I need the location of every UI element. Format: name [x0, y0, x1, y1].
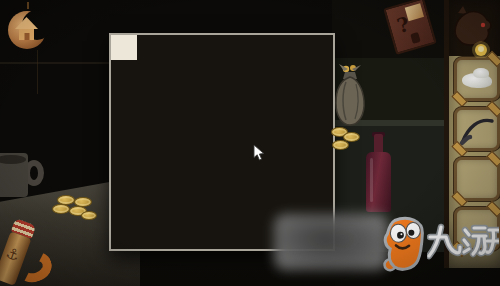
wine-bottle-neck: [374, 134, 383, 154]
money-pouch[interactable]: [332, 62, 368, 128]
rat-body: [455, 12, 491, 45]
mug-opening: [0, 155, 26, 164]
wine-bottle[interactable]: [366, 152, 391, 212]
gold-coin[interactable]: [52, 204, 70, 214]
jiuyou-logo-text-art: [427, 222, 499, 262]
inventory-slot-1[interactable]: [454, 57, 500, 101]
square-h1[interactable]: [111, 35, 137, 60]
bow-item: [457, 112, 497, 150]
bottle-highlight: [370, 158, 373, 202]
crescent-ornament[interactable]: [6, 2, 50, 54]
rat-eye: [481, 23, 485, 27]
jiuyou-mascot: [380, 215, 431, 275]
white-cloth-item: [473, 68, 489, 78]
mouse-cursor: [253, 144, 265, 161]
gold-coin[interactable]: [81, 211, 97, 220]
chess-board-grid: ♜♛♚♟♞♟♟♟♟♜♝♟♝♛♟♟♝♟♟♟♟♟♚: [111, 35, 319, 235]
pouch-body: [336, 77, 364, 125]
game-scene: ? ♜♛♚♟♞♟♟♟♟♜♝♟♝♛♟♟♝♟♟♟♟♟♚ ⚓: [0, 0, 500, 286]
watermark-blur-patch: [274, 214, 388, 270]
keyhole-icon: [410, 32, 420, 44]
wall-seam: [0, 62, 110, 64]
ornament-string-lower: [37, 50, 38, 94]
house-door-icon: [25, 33, 30, 40]
lantern-core: [478, 46, 484, 52]
inventory-slot-2[interactable]: [454, 107, 500, 151]
inventory-slot-3[interactable]: [454, 157, 500, 201]
rat-with-lantern[interactable]: [447, 4, 497, 58]
gold-coin[interactable]: [332, 140, 349, 150]
mug[interactable]: [0, 153, 28, 197]
